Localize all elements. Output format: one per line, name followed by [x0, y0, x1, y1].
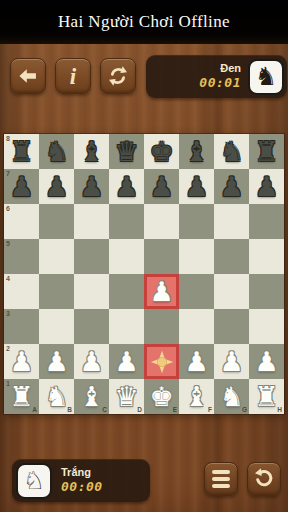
square-g1[interactable]: G♞	[214, 379, 249, 414]
square-g4[interactable]	[214, 274, 249, 309]
square-f8[interactable]: ♝	[179, 134, 214, 169]
file-label-A: A	[32, 406, 37, 413]
black-player-panel: Đen 00:01 ♞	[146, 55, 287, 98]
square-e2[interactable]	[144, 344, 179, 379]
app-title: Hai Người Chơi Offline	[58, 12, 230, 32]
square-a1[interactable]: 1A♜	[4, 379, 39, 414]
square-g2[interactable]: ♟	[214, 344, 249, 379]
white-pawn-piece: ♟	[219, 344, 243, 379]
square-b6[interactable]	[39, 204, 74, 239]
white-pawn-piece: ♟	[9, 344, 33, 379]
square-c8[interactable]: ♝	[74, 134, 109, 169]
square-g5[interactable]	[214, 239, 249, 274]
white-rook-piece: ♜	[9, 379, 33, 414]
square-f3[interactable]	[179, 309, 214, 344]
rank-label-2: 2	[6, 345, 10, 352]
file-label-C: C	[102, 406, 107, 413]
hamburger-icon	[212, 470, 230, 488]
square-h5[interactable]	[249, 239, 284, 274]
square-b7[interactable]: ♟	[39, 169, 74, 204]
black-pawn-piece: ♟	[9, 169, 33, 204]
black-player-info: Đen 00:01	[199, 62, 241, 92]
white-player-clock: 00:00	[61, 479, 103, 495]
black-pawn-piece: ♟	[149, 169, 173, 204]
black-knight-piece: ♞	[44, 134, 68, 169]
rank-label-7: 7	[6, 170, 10, 177]
white-knight-piece: ♞	[219, 379, 243, 414]
square-b8[interactable]: ♞	[39, 134, 74, 169]
square-h2[interactable]: ♟	[249, 344, 284, 379]
rank-label-8: 8	[6, 135, 10, 142]
app-title-bar: Hai Người Chơi Offline	[0, 0, 288, 44]
refresh-icon	[106, 64, 130, 88]
square-d5[interactable]	[109, 239, 144, 274]
black-knight-piece: ♞	[219, 134, 243, 169]
square-e3[interactable]	[144, 309, 179, 344]
black-player-name: Đen	[220, 62, 241, 76]
square-d2[interactable]: ♟	[109, 344, 144, 379]
square-f4[interactable]	[179, 274, 214, 309]
white-queen-piece: ♛	[114, 379, 138, 414]
black-pawn-piece: ♟	[219, 169, 243, 204]
black-king-piece: ♚	[149, 134, 173, 169]
square-e4[interactable]: ♟	[144, 274, 179, 309]
file-label-B: B	[67, 406, 72, 413]
back-button[interactable]	[10, 58, 46, 94]
white-pawn-piece: ♟	[79, 344, 103, 379]
black-bishop-piece: ♝	[184, 134, 208, 169]
black-knight-icon: ♞	[248, 59, 284, 95]
white-pawn-piece: ♟	[149, 274, 173, 309]
square-b3[interactable]	[39, 309, 74, 344]
white-knight-piece: ♞	[44, 379, 68, 414]
undo-icon	[252, 467, 276, 491]
rank-label-4: 4	[6, 275, 10, 282]
square-d3[interactable]	[109, 309, 144, 344]
square-a8[interactable]: 8♜	[4, 134, 39, 169]
square-h6[interactable]	[249, 204, 284, 239]
square-g3[interactable]	[214, 309, 249, 344]
undo-button[interactable]	[247, 462, 281, 496]
square-g7[interactable]: ♟	[214, 169, 249, 204]
file-label-F: F	[208, 406, 212, 413]
rank-label-3: 3	[6, 310, 10, 317]
square-b4[interactable]	[39, 274, 74, 309]
square-b5[interactable]	[39, 239, 74, 274]
square-a6[interactable]: 6	[4, 204, 39, 239]
square-d7[interactable]: ♟	[109, 169, 144, 204]
black-pawn-piece: ♟	[44, 169, 68, 204]
square-h3[interactable]	[249, 309, 284, 344]
black-pawn-piece: ♟	[79, 169, 103, 204]
square-e6[interactable]	[144, 204, 179, 239]
rank-label-5: 5	[6, 240, 10, 247]
square-e1[interactable]: E♚	[144, 379, 179, 414]
square-e8[interactable]: ♚	[144, 134, 179, 169]
white-player-panel: ♘ Trắng 00:00	[12, 459, 150, 502]
square-b1[interactable]: B♞	[39, 379, 74, 414]
square-h4[interactable]	[249, 274, 284, 309]
chess-board: 8♜♞♝♛♚♝♞♜7♟♟♟♟♟♟♟♟654♟32♟♟♟♟♟♟♟1A♜B♞C♝D♛…	[4, 134, 284, 414]
white-pawn-piece: ♟	[44, 344, 68, 379]
square-f2[interactable]: ♟	[179, 344, 214, 379]
menu-button[interactable]	[204, 462, 238, 496]
square-e7[interactable]: ♟	[144, 169, 179, 204]
file-label-H: H	[277, 406, 282, 413]
white-knight-glyph: ♘	[23, 468, 45, 493]
square-h1[interactable]: H♜	[249, 379, 284, 414]
square-g6[interactable]	[214, 204, 249, 239]
white-pawn-piece: ♟	[254, 344, 278, 379]
flip-board-button[interactable]	[100, 58, 136, 94]
white-king-piece: ♚	[149, 379, 173, 414]
white-pawn-piece: ♟	[184, 344, 208, 379]
square-d4[interactable]	[109, 274, 144, 309]
square-a5[interactable]: 5	[4, 239, 39, 274]
square-a3[interactable]: 3	[4, 309, 39, 344]
square-c3[interactable]	[74, 309, 109, 344]
black-pawn-piece: ♟	[114, 169, 138, 204]
app-screen: Hai Người Chơi Offline i Đen 00:01 ♞ 8♜♞…	[0, 0, 288, 512]
black-queen-piece: ♛	[114, 134, 138, 169]
info-icon: i	[70, 65, 76, 88]
white-bishop-piece: ♝	[79, 379, 103, 414]
square-a7[interactable]: 7♟	[4, 169, 39, 204]
square-c7[interactable]: ♟	[74, 169, 109, 204]
info-button[interactable]: i	[55, 58, 91, 94]
white-pawn-piece: ♟	[114, 344, 138, 379]
square-c1[interactable]: C♝	[74, 379, 109, 414]
rank-label-6: 6	[6, 205, 10, 212]
file-label-D: D	[137, 406, 142, 413]
square-f1[interactable]: F♝	[179, 379, 214, 414]
square-g8[interactable]: ♞	[214, 134, 249, 169]
black-bishop-piece: ♝	[79, 134, 103, 169]
square-c4[interactable]	[74, 274, 109, 309]
square-b2[interactable]: ♟	[39, 344, 74, 379]
square-f7[interactable]: ♟	[179, 169, 214, 204]
back-arrow-icon	[17, 65, 39, 87]
square-c2[interactable]: ♟	[74, 344, 109, 379]
white-rook-piece: ♜	[254, 379, 278, 414]
square-e5[interactable]	[144, 239, 179, 274]
white-player-info: Trắng 00:00	[61, 466, 103, 496]
rank-label-1: 1	[6, 380, 10, 387]
white-player-name: Trắng	[61, 466, 91, 480]
square-d1[interactable]: D♛	[109, 379, 144, 414]
white-knight-icon: ♘	[16, 463, 52, 499]
square-c5[interactable]	[74, 239, 109, 274]
move-origin-icon	[149, 349, 175, 375]
square-f6[interactable]	[179, 204, 214, 239]
black-rook-piece: ♜	[254, 134, 278, 169]
square-c6[interactable]	[74, 204, 109, 239]
black-player-clock: 00:01	[199, 75, 241, 91]
square-h7[interactable]: ♟	[249, 169, 284, 204]
file-label-E: E	[173, 406, 177, 413]
black-pawn-piece: ♟	[254, 169, 278, 204]
square-d8[interactable]: ♛	[109, 134, 144, 169]
black-knight-glyph: ♞	[255, 64, 277, 89]
white-bishop-piece: ♝	[184, 379, 208, 414]
black-rook-piece: ♜	[9, 134, 33, 169]
square-d6[interactable]	[109, 204, 144, 239]
file-label-G: G	[242, 406, 247, 413]
square-a4[interactable]: 4	[4, 274, 39, 309]
square-h8[interactable]: ♜	[249, 134, 284, 169]
square-f5[interactable]	[179, 239, 214, 274]
square-a2[interactable]: 2♟	[4, 344, 39, 379]
black-pawn-piece: ♟	[184, 169, 208, 204]
